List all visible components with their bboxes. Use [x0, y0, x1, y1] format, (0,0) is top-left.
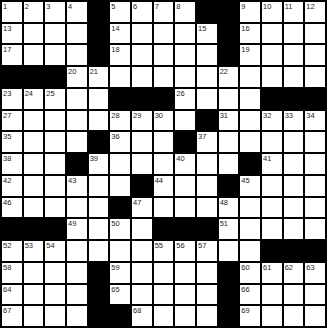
- grid-cell-r7c12[interactable]: [240, 132, 260, 152]
- clue-number-58: 58: [3, 263, 11, 272]
- grid-cell-r11c6[interactable]: 50: [110, 219, 130, 239]
- grid-cell-r4c4[interactable]: 20: [67, 67, 87, 87]
- grid-cell-r1c6[interactable]: 5: [110, 2, 130, 22]
- grid-cell-r3c14[interactable]: [284, 45, 304, 65]
- grid-cell-r6c11[interactable]: 31: [219, 111, 239, 131]
- grid-cell-r10c5[interactable]: [89, 198, 109, 218]
- grid-cell-r2c2[interactable]: [24, 24, 44, 44]
- grid-cell-r12c2[interactable]: 53: [24, 241, 44, 261]
- grid-cell-r13c13[interactable]: 61: [262, 263, 282, 283]
- grid-cell-r12c6[interactable]: [110, 241, 130, 261]
- clue-number-40: 40: [176, 154, 184, 163]
- grid-cell-r15c3[interactable]: [45, 306, 65, 326]
- black-cell-r6c10: [197, 111, 217, 131]
- grid-cell-r2c3[interactable]: [45, 24, 65, 44]
- grid-cell-r8c9[interactable]: 40: [175, 154, 195, 174]
- grid-cell-r4c13[interactable]: [262, 67, 282, 87]
- clue-number-48: 48: [220, 198, 228, 207]
- grid-cell-r11c14[interactable]: [284, 219, 304, 239]
- grid-cell-r14c12[interactable]: 66: [240, 285, 260, 305]
- grid-cell-r6c6[interactable]: 28: [110, 111, 130, 131]
- clue-number-23: 23: [3, 89, 11, 98]
- clue-number-51: 51: [220, 219, 228, 228]
- clue-number-2: 2: [25, 2, 29, 11]
- grid-cell-r8c15[interactable]: [305, 154, 325, 174]
- black-cell-r2c5: [89, 24, 109, 44]
- grid-cell-r15c9[interactable]: [175, 306, 195, 326]
- clue-number-6: 6: [133, 2, 137, 11]
- grid-cell-r2c14[interactable]: [284, 24, 304, 44]
- black-cell-r12c13: [262, 241, 282, 261]
- grid-cell-r10c4[interactable]: [67, 198, 87, 218]
- grid-cell-r7c7[interactable]: [132, 132, 152, 152]
- grid-cell-r3c3[interactable]: [45, 45, 65, 65]
- grid-cell-r6c4[interactable]: [67, 111, 87, 131]
- grid-cell-r10c3[interactable]: [45, 198, 65, 218]
- grid-cell-r3c13[interactable]: [262, 45, 282, 65]
- black-cell-r13c5: [89, 263, 109, 283]
- grid-cell-r1c4[interactable]: 4: [67, 2, 87, 22]
- grid-cell-r8c5[interactable]: 39: [89, 154, 109, 174]
- grid-cell-r14c7[interactable]: [132, 285, 152, 305]
- grid-cell-r1c7[interactable]: 6: [132, 2, 152, 22]
- grid-cell-r13c12[interactable]: 60: [240, 263, 260, 283]
- black-cell-r4c1: [2, 67, 22, 87]
- grid-cell-r14c14[interactable]: [284, 285, 304, 305]
- grid-cell-r10c13[interactable]: [262, 198, 282, 218]
- grid-cell-r9c1[interactable]: 42: [2, 176, 22, 196]
- grid-cell-r13c4[interactable]: [67, 263, 87, 283]
- black-cell-r7c5: [89, 132, 109, 152]
- grid-cell-r14c9[interactable]: [175, 285, 195, 305]
- clue-number-19: 19: [241, 45, 249, 54]
- grid-cell-r13c6[interactable]: 59: [110, 263, 130, 283]
- grid-cell-r4c8[interactable]: [154, 67, 174, 87]
- grid-cell-r13c9[interactable]: [175, 263, 195, 283]
- black-cell-r3c5: [89, 45, 109, 65]
- grid-cell-r1c13[interactable]: 10: [262, 2, 282, 22]
- grid-cell-r10c15[interactable]: [305, 198, 325, 218]
- black-cell-r1c11: [219, 2, 239, 22]
- grid-cell-r7c11[interactable]: [219, 132, 239, 152]
- clue-number-63: 63: [306, 263, 314, 272]
- clue-number-16: 16: [241, 24, 249, 33]
- grid-cell-r12c8[interactable]: 55: [154, 241, 174, 261]
- clue-number-57: 57: [198, 241, 206, 250]
- grid-cell-r7c13[interactable]: [262, 132, 282, 152]
- grid-cell-r1c12[interactable]: 9: [240, 2, 260, 22]
- grid-cell-r10c14[interactable]: [284, 198, 304, 218]
- grid-cell-r1c2[interactable]: 2: [24, 2, 44, 22]
- grid-cell-r15c12[interactable]: 69: [240, 306, 260, 326]
- grid-cell-r5c12[interactable]: [240, 89, 260, 109]
- clue-number-62: 62: [285, 263, 293, 272]
- grid-cell-r10c12[interactable]: [240, 198, 260, 218]
- grid-cell-r14c1[interactable]: 64: [2, 285, 22, 305]
- clue-number-45: 45: [241, 176, 249, 185]
- clue-number-30: 30: [155, 111, 163, 120]
- grid-cell-r13c3[interactable]: [45, 263, 65, 283]
- clue-number-60: 60: [241, 263, 249, 272]
- grid-cell-r12c11[interactable]: [219, 241, 239, 261]
- grid-cell-r3c10[interactable]: [197, 45, 217, 65]
- black-cell-r12c14: [284, 241, 304, 261]
- grid-cell-r8c14[interactable]: [284, 154, 304, 174]
- grid-cell-r7c4[interactable]: [67, 132, 87, 152]
- black-cell-r8c4: [67, 154, 87, 174]
- grid-cell-r13c8[interactable]: [154, 263, 174, 283]
- grid-cell-r2c4[interactable]: [67, 24, 87, 44]
- clue-number-43: 43: [68, 176, 76, 185]
- grid-cell-r14c15[interactable]: [305, 285, 325, 305]
- clue-number-1: 1: [3, 2, 7, 11]
- clue-number-29: 29: [133, 111, 141, 120]
- grid-cell-r4c6[interactable]: [110, 67, 130, 87]
- grid-cell-r8c1[interactable]: 38: [2, 154, 22, 174]
- grid-cell-r6c8[interactable]: 30: [154, 111, 174, 131]
- black-cell-r9c7: [132, 176, 152, 196]
- grid-cell-r4c12[interactable]: [240, 67, 260, 87]
- black-cell-r2c11: [219, 24, 239, 44]
- grid-cell-r6c2[interactable]: [24, 111, 44, 131]
- grid-cell-r13c2[interactable]: [24, 263, 44, 283]
- grid-cell-r13c7[interactable]: [132, 263, 152, 283]
- clue-number-8: 8: [176, 2, 180, 11]
- clue-number-49: 49: [68, 219, 76, 228]
- grid-cell-r3c4[interactable]: [67, 45, 87, 65]
- grid-cell-r2c15[interactable]: [305, 24, 325, 44]
- clue-number-26: 26: [176, 89, 184, 98]
- grid-cell-r9c3[interactable]: [45, 176, 65, 196]
- grid-cell-r12c7[interactable]: [132, 241, 152, 261]
- black-cell-r7c9: [175, 132, 195, 152]
- grid-cell-r5c1[interactable]: 23: [2, 89, 22, 109]
- black-cell-r9c11: [219, 176, 239, 196]
- black-cell-r11c10: [197, 219, 217, 239]
- grid-cell-r5c3[interactable]: 25: [45, 89, 65, 109]
- black-cell-r11c8: [154, 219, 174, 239]
- black-cell-r8c12: [240, 154, 260, 174]
- grid-cell-r8c11[interactable]: [219, 154, 239, 174]
- grid-cell-r3c9[interactable]: [175, 45, 195, 65]
- clue-number-21: 21: [90, 67, 98, 76]
- black-cell-r5c7: [132, 89, 152, 109]
- black-cell-r5c14: [284, 89, 304, 109]
- grid-cell-r9c6[interactable]: [110, 176, 130, 196]
- clue-number-61: 61: [263, 263, 271, 272]
- clue-number-14: 14: [111, 24, 119, 33]
- grid-cell-r5c4[interactable]: [67, 89, 87, 109]
- grid-cell-r15c7[interactable]: 68: [132, 306, 152, 326]
- grid-cell-r14c4[interactable]: [67, 285, 87, 305]
- clue-number-12: 12: [306, 2, 314, 11]
- grid-cell-r3c8[interactable]: [154, 45, 174, 65]
- clue-number-31: 31: [220, 111, 228, 120]
- black-cell-r10c6: [110, 198, 130, 218]
- grid-cell-r15c1[interactable]: 67: [2, 306, 22, 326]
- grid-cell-r15c10[interactable]: [197, 306, 217, 326]
- grid-cell-r14c3[interactable]: [45, 285, 65, 305]
- grid-cell-r6c14[interactable]: 33: [284, 111, 304, 131]
- clue-number-69: 69: [241, 306, 249, 315]
- grid-cell-r14c2[interactable]: [24, 285, 44, 305]
- grid-cell-r14c10[interactable]: [197, 285, 217, 305]
- grid-cell-r5c10[interactable]: [197, 89, 217, 109]
- grid-cell-r3c12[interactable]: 19: [240, 45, 260, 65]
- grid-cell-r11c5[interactable]: [89, 219, 109, 239]
- grid-cell-r8c6[interactable]: [110, 154, 130, 174]
- grid-cell-r11c7[interactable]: [132, 219, 152, 239]
- grid-cell-r12c9[interactable]: 56: [175, 241, 195, 261]
- clue-number-18: 18: [111, 45, 119, 54]
- grid-cell-r10c11[interactable]: 48: [219, 198, 239, 218]
- grid-cell-r9c8[interactable]: 44: [154, 176, 174, 196]
- black-cell-r11c2: [24, 219, 44, 239]
- clue-number-50: 50: [111, 219, 119, 228]
- black-cell-r1c10: [197, 2, 217, 22]
- grid-cell-r2c12[interactable]: 16: [240, 24, 260, 44]
- grid-cell-r1c15[interactable]: 12: [305, 2, 325, 22]
- grid-cell-r1c14[interactable]: 11: [284, 2, 304, 22]
- grid-cell-r14c6[interactable]: 65: [110, 285, 130, 305]
- grid-cell-r9c14[interactable]: [284, 176, 304, 196]
- clue-number-44: 44: [155, 176, 163, 185]
- black-cell-r13c11: [219, 263, 239, 283]
- clue-number-67: 67: [3, 306, 11, 315]
- clue-number-7: 7: [155, 2, 159, 11]
- grid-cell-r7c3[interactable]: [45, 132, 65, 152]
- grid-cell-r15c2[interactable]: [24, 306, 44, 326]
- black-cell-r12c15: [305, 241, 325, 261]
- black-cell-r11c1: [2, 219, 22, 239]
- grid-cell-r13c10[interactable]: [197, 263, 217, 283]
- grid-cell-r14c13[interactable]: [262, 285, 282, 305]
- clue-number-28: 28: [111, 111, 119, 120]
- black-cell-r11c9: [175, 219, 195, 239]
- grid-cell-r2c9[interactable]: [175, 24, 195, 44]
- grid-cell-r10c10[interactable]: [197, 198, 217, 218]
- grid-cell-r9c4[interactable]: 43: [67, 176, 87, 196]
- clue-number-36: 36: [111, 132, 119, 141]
- grid-cell-r15c4[interactable]: [67, 306, 87, 326]
- black-cell-r11c3: [45, 219, 65, 239]
- grid-cell-r13c15[interactable]: 63: [305, 263, 325, 283]
- black-cell-r3c11: [219, 45, 239, 65]
- grid-cell-r6c5[interactable]: [89, 111, 109, 131]
- clue-number-46: 46: [3, 198, 11, 207]
- black-cell-r5c15: [305, 89, 325, 109]
- grid-cell-r10c9[interactable]: [175, 198, 195, 218]
- grid-cell-r4c7[interactable]: [132, 67, 152, 87]
- grid-cell-r2c7[interactable]: [132, 24, 152, 44]
- grid-cell-r6c7[interactable]: 29: [132, 111, 152, 131]
- grid-cell-r8c3[interactable]: [45, 154, 65, 174]
- grid-cell-r6c9[interactable]: [175, 111, 195, 131]
- clue-number-52: 52: [3, 241, 11, 250]
- grid-cell-r8c2[interactable]: [24, 154, 44, 174]
- grid-cell-r7c8[interactable]: [154, 132, 174, 152]
- grid-cell-r4c9[interactable]: [175, 67, 195, 87]
- grid-cell-r9c9[interactable]: [175, 176, 195, 196]
- black-cell-r14c5: [89, 285, 109, 305]
- clue-number-33: 33: [285, 111, 293, 120]
- grid-cell-r9c13[interactable]: [262, 176, 282, 196]
- clue-number-38: 38: [3, 154, 11, 163]
- grid-cell-r2c8[interactable]: [154, 24, 174, 44]
- black-cell-r14c11: [219, 285, 239, 305]
- clue-number-13: 13: [3, 24, 11, 33]
- black-cell-r5c8: [154, 89, 174, 109]
- grid-cell-r5c5[interactable]: [89, 89, 109, 109]
- grid-cell-r11c13[interactable]: [262, 219, 282, 239]
- grid-cell-r6c3[interactable]: [45, 111, 65, 131]
- black-cell-r15c5: [89, 306, 109, 326]
- grid-cell-r2c1[interactable]: 13: [2, 24, 22, 44]
- clue-number-55: 55: [155, 241, 163, 250]
- grid-cell-r11c15[interactable]: [305, 219, 325, 239]
- grid-cell-r7c15[interactable]: [305, 132, 325, 152]
- black-cell-r4c2: [24, 67, 44, 87]
- grid-cell-r3c6[interactable]: 18: [110, 45, 130, 65]
- grid-cell-r4c10[interactable]: [197, 67, 217, 87]
- grid-cell-r2c10[interactable]: 15: [197, 24, 217, 44]
- grid-cell-r15c14[interactable]: [284, 306, 304, 326]
- clue-number-56: 56: [176, 241, 184, 250]
- clue-number-68: 68: [133, 306, 141, 315]
- grid-cell-r2c6[interactable]: 14: [110, 24, 130, 44]
- grid-cell-r7c14[interactable]: [284, 132, 304, 152]
- grid-cell-r12c3[interactable]: 54: [45, 241, 65, 261]
- grid-cell-r14c8[interactable]: [154, 285, 174, 305]
- grid-cell-r10c2[interactable]: [24, 198, 44, 218]
- grid-cell-r9c5[interactable]: [89, 176, 109, 196]
- grid-cell-r9c12[interactable]: 45: [240, 176, 260, 196]
- grid-cell-r12c1[interactable]: 52: [2, 241, 22, 261]
- black-cell-r1c5: [89, 2, 109, 22]
- clue-number-42: 42: [3, 176, 11, 185]
- clue-number-34: 34: [306, 111, 314, 120]
- grid-cell-r6c12[interactable]: [240, 111, 260, 131]
- grid-cell-r3c1[interactable]: 17: [2, 45, 22, 65]
- black-cell-r5c6: [110, 89, 130, 109]
- grid-cell-r11c12[interactable]: [240, 219, 260, 239]
- grid-cell-r7c1[interactable]: 35: [2, 132, 22, 152]
- grid-cell-r15c15[interactable]: [305, 306, 325, 326]
- clue-number-35: 35: [3, 132, 11, 141]
- grid-cell-r3c15[interactable]: [305, 45, 325, 65]
- clue-number-17: 17: [3, 45, 11, 54]
- grid-cell-r5c2[interactable]: 24: [24, 89, 44, 109]
- grid-cell-r8c10[interactable]: [197, 154, 217, 174]
- grid-cell-r9c2[interactable]: [24, 176, 44, 196]
- grid-cell-r7c6[interactable]: 36: [110, 132, 130, 152]
- grid-cell-r10c8[interactable]: [154, 198, 174, 218]
- grid-cell-r9c10[interactable]: [197, 176, 217, 196]
- clue-number-5: 5: [111, 2, 115, 11]
- clue-number-47: 47: [133, 198, 141, 207]
- grid-cell-r13c1[interactable]: 58: [2, 263, 22, 283]
- grid-cell-r12c4[interactable]: [67, 241, 87, 261]
- grid-cell-r10c7[interactable]: 47: [132, 198, 152, 218]
- clue-number-15: 15: [198, 24, 206, 33]
- black-cell-r15c11: [219, 306, 239, 326]
- clue-number-32: 32: [263, 111, 271, 120]
- grid-cell-r4c11[interactable]: 22: [219, 67, 239, 87]
- clue-number-41: 41: [263, 154, 271, 163]
- grid-cell-r15c8[interactable]: [154, 306, 174, 326]
- grid-cell-r3c7[interactable]: [132, 45, 152, 65]
- clue-number-11: 11: [285, 2, 293, 11]
- grid-cell-r5c9[interactable]: 26: [175, 89, 195, 109]
- grid-cell-r13c14[interactable]: 62: [284, 263, 304, 283]
- grid-cell-r6c13[interactable]: 32: [262, 111, 282, 131]
- clue-number-9: 9: [241, 2, 245, 11]
- clue-number-24: 24: [25, 89, 33, 98]
- clue-number-4: 4: [68, 2, 72, 11]
- clue-number-65: 65: [111, 285, 119, 294]
- grid-cell-r3c2[interactable]: [24, 45, 44, 65]
- clue-number-66: 66: [241, 285, 249, 294]
- grid-cell-r12c10[interactable]: 57: [197, 241, 217, 261]
- grid-cell-r4c15[interactable]: [305, 67, 325, 87]
- grid-cell-r6c1[interactable]: 27: [2, 111, 22, 131]
- grid-cell-r1c1[interactable]: 1: [2, 2, 22, 22]
- grid-cell-r8c7[interactable]: [132, 154, 152, 174]
- black-cell-r15c6: [110, 306, 130, 326]
- grid-cell-r1c8[interactable]: 7: [154, 2, 174, 22]
- grid-cell-r1c3[interactable]: 3: [45, 2, 65, 22]
- clue-number-27: 27: [3, 111, 11, 120]
- grid-cell-r6c15[interactable]: 34: [305, 111, 325, 131]
- clue-number-53: 53: [25, 241, 33, 250]
- clue-number-64: 64: [3, 285, 11, 294]
- grid-cell-r4c14[interactable]: [284, 67, 304, 87]
- grid-cell-r8c8[interactable]: [154, 154, 174, 174]
- grid-cell-r10c1[interactable]: 46: [2, 198, 22, 218]
- clue-number-25: 25: [46, 89, 54, 98]
- grid-cell-r5c11[interactable]: [219, 89, 239, 109]
- clue-number-3: 3: [46, 2, 50, 11]
- clue-number-54: 54: [46, 241, 54, 250]
- grid-cell-r11c4[interactable]: 49: [67, 219, 87, 239]
- grid-cell-r15c13[interactable]: [262, 306, 282, 326]
- clue-number-39: 39: [90, 154, 98, 163]
- clue-number-22: 22: [220, 67, 228, 76]
- grid-cell-r12c5[interactable]: [89, 241, 109, 261]
- black-cell-r5c13: [262, 89, 282, 109]
- grid-cell-r11c11[interactable]: 51: [219, 219, 239, 239]
- grid-cell-r9c15[interactable]: [305, 176, 325, 196]
- grid-cell-r8c13[interactable]: 41: [262, 154, 282, 174]
- grid-cell-r2c13[interactable]: [262, 24, 282, 44]
- grid-cell-r7c10[interactable]: 37: [197, 132, 217, 152]
- grid-cell-r7c2[interactable]: [24, 132, 44, 152]
- clue-number-10: 10: [263, 2, 271, 11]
- clue-number-37: 37: [198, 132, 206, 141]
- clue-number-20: 20: [68, 67, 76, 76]
- grid-cell-r12c12[interactable]: [240, 241, 260, 261]
- clue-number-59: 59: [111, 263, 119, 272]
- grid-cell-r1c9[interactable]: 8: [175, 2, 195, 22]
- crossword-board: 1234567891011121314151617181920212223242…: [0, 0, 327, 328]
- black-cell-r4c3: [45, 67, 65, 87]
- grid-cell-r4c5[interactable]: 21: [89, 67, 109, 87]
